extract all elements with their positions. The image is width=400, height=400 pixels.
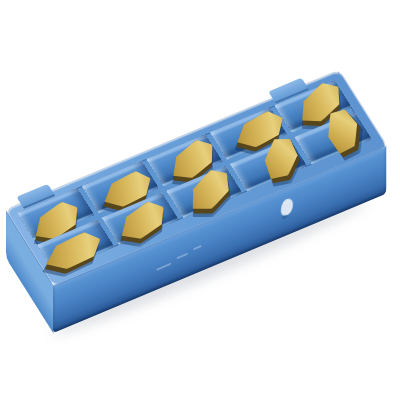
white-chip-mark bbox=[280, 198, 295, 217]
product-photo bbox=[0, 0, 400, 400]
emboss-dash-1 bbox=[156, 263, 171, 271]
emboss-dash-3 bbox=[193, 245, 201, 250]
emboss-dash-2 bbox=[177, 253, 188, 260]
